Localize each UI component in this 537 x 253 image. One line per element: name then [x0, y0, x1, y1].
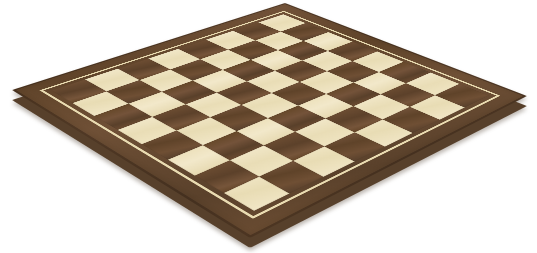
board-perspective-wrapper [0, 0, 537, 253]
board-playing-field [51, 14, 489, 211]
chess-board [12, 3, 527, 238]
product-photo-scene [0, 0, 537, 253]
